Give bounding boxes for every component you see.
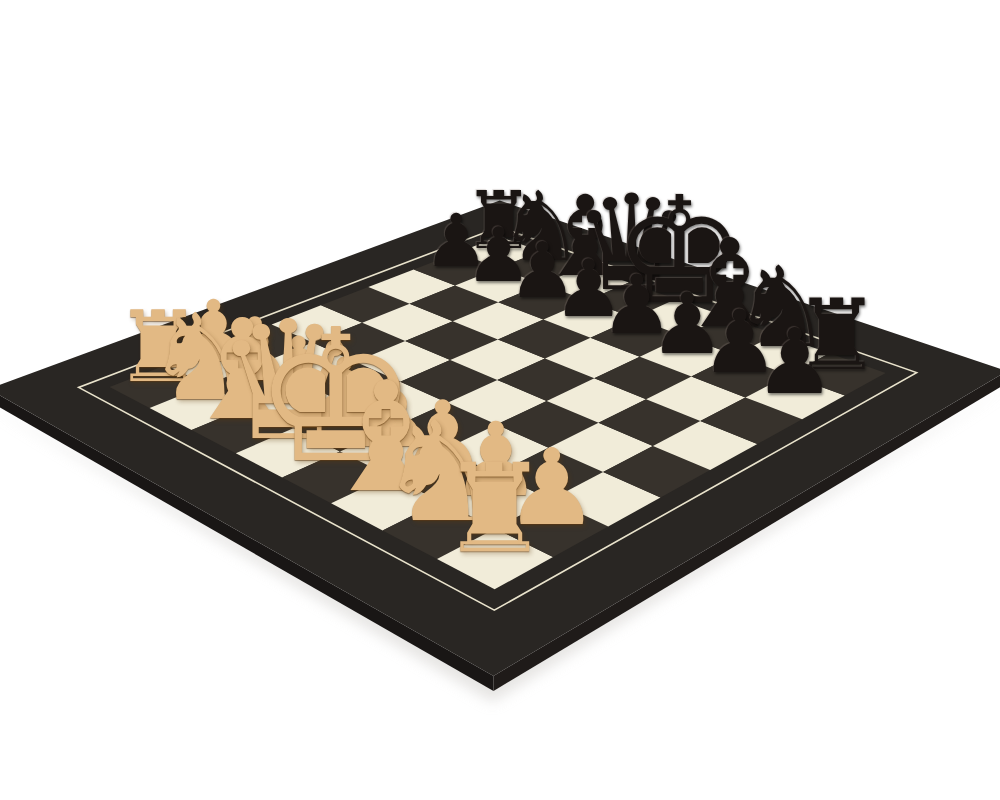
chessboard xyxy=(0,0,1000,800)
chess-set-product-photo: ♜♞♝♛♚♝♞♜♟♟♟♟♟♟♟♟♟♟♟♟♟♟♟♟♜♞♝♛♚♝♞♜ xyxy=(0,0,1000,800)
